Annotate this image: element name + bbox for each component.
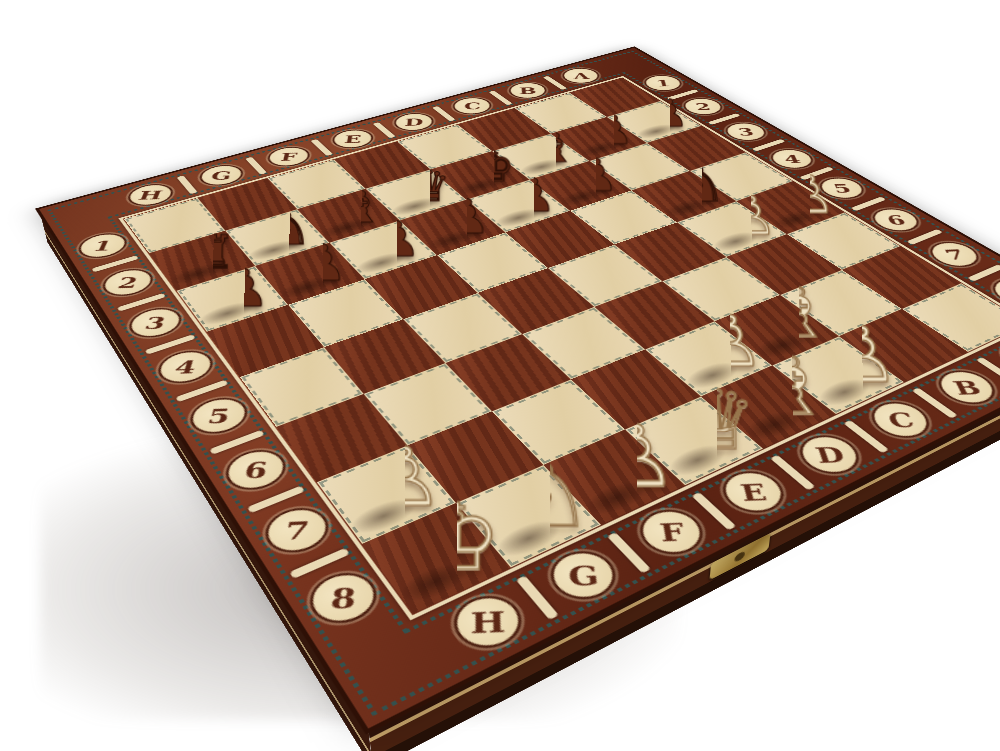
border-tick: [175, 380, 228, 402]
border-tick: [145, 334, 196, 354]
border-tick: [967, 264, 1000, 281]
border-tick: [906, 229, 942, 245]
rank-label-left-4: 4: [154, 347, 217, 387]
brass-latch[interactable]: [709, 533, 770, 580]
border-tick: [843, 420, 889, 453]
file-label-near-D: D: [792, 431, 867, 479]
file-label-near-F: F: [632, 504, 711, 560]
border-tick: [209, 430, 264, 455]
border-tick: [247, 486, 305, 514]
board-grid: ♜♞♝♛♚♝♟♟♟♟♟♟♟♟♞♙♙♙♙♗♔♘♙♕♗♙: [124, 78, 1000, 614]
border-tick: [516, 575, 559, 619]
file-label-far-F: F: [264, 145, 314, 169]
rank-label-left-6: 6: [221, 445, 292, 495]
border-tick: [92, 255, 139, 272]
border-tick: [691, 492, 736, 530]
file-label-near-G: G: [543, 545, 624, 605]
border-tick: [432, 106, 456, 121]
file-label-near-B: B: [931, 366, 1000, 408]
border-tick: [912, 388, 958, 419]
piece-white-pawn[interactable]: ♙: [730, 309, 731, 376]
border-tick: [177, 175, 198, 194]
border-tick: [245, 157, 267, 175]
piece-white-bishop[interactable]: ♗: [799, 281, 800, 346]
border-tick: [770, 455, 815, 490]
file-label-near-C: C: [864, 397, 937, 442]
piece-white-pawn[interactable]: ♙: [862, 320, 863, 393]
rank-label-left-3: 3: [126, 305, 186, 342]
border-tick: [607, 532, 651, 573]
file-label-near-H: H: [446, 590, 530, 655]
file-label-near-E: E: [715, 466, 792, 518]
rank-label-left-7: 7: [260, 503, 335, 559]
border-tick: [289, 548, 350, 579]
rank-label-left-5: 5: [186, 394, 253, 439]
piece-white-queen[interactable]: ♕: [717, 382, 718, 460]
border-tick: [976, 357, 1000, 386]
border-tick: [117, 293, 166, 311]
border-tick: [373, 122, 396, 138]
product-photo-chess-set: { "game": "chess", "scene": "angled over…: [0, 0, 1000, 751]
rank-label-left-1: 1: [76, 230, 130, 261]
border-tick: [489, 91, 513, 106]
rank-label-left-2: 2: [100, 266, 157, 299]
piece-dark-rook[interactable]: ♜: [213, 230, 214, 274]
border-tick: [752, 139, 786, 151]
border-tick: [310, 139, 333, 156]
border-tick: [851, 197, 887, 212]
latch-keyhole: [734, 550, 745, 563]
piece-white-bishop[interactable]: ♗: [792, 350, 793, 425]
rank-label-left-8: 8: [303, 567, 383, 630]
border-tick: [543, 76, 568, 90]
border-tick: [708, 113, 741, 125]
piece-dark-pawn[interactable]: ♟: [244, 265, 245, 314]
